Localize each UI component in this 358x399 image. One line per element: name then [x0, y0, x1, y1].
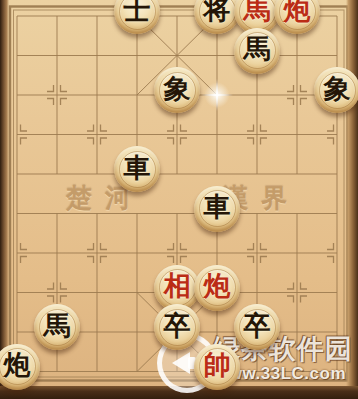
piece-black-chariot[interactable]: 車: [114, 146, 160, 192]
table-bottom-strip: [0, 386, 358, 399]
piece-glyph: 象: [164, 76, 191, 103]
xiangqi-board: 楚河 漢界 士将馬炮馬象象車車相炮馬卒卒炮帥 绿茶软件园 www.33LC.co…: [0, 0, 358, 399]
piece-glyph: 帥: [204, 352, 231, 379]
piece-black-elephant[interactable]: 象: [314, 67, 358, 113]
piece-black-horse[interactable]: 馬: [234, 28, 280, 74]
piece-glyph: 炮: [284, 0, 311, 24]
piece-glyph: 相: [164, 273, 191, 300]
piece-glyph: 炮: [204, 273, 231, 300]
piece-black-elephant[interactable]: 象: [154, 67, 200, 113]
piece-glyph: 士: [124, 0, 151, 24]
board-right-edge: [346, 0, 358, 399]
piece-black-chariot[interactable]: 車: [194, 186, 240, 232]
piece-glyph: 馬: [244, 36, 271, 63]
piece-glyph: 車: [204, 194, 231, 221]
piece-glyph: 馬: [244, 0, 271, 24]
piece-red-general[interactable]: 帥: [194, 344, 240, 390]
board-left-edge: [0, 0, 9, 399]
piece-glyph: 馬: [44, 313, 71, 340]
piece-glyph: 卒: [164, 313, 191, 340]
piece-black-soldier[interactable]: 卒: [234, 304, 280, 350]
piece-red-cannon[interactable]: 炮: [194, 265, 240, 311]
piece-glyph: 車: [124, 155, 151, 182]
piece-glyph: 象: [324, 76, 351, 103]
piece-black-soldier[interactable]: 卒: [154, 304, 200, 350]
piece-glyph: 卒: [244, 313, 271, 340]
piece-black-horse[interactable]: 馬: [34, 304, 80, 350]
piece-glyph: 将: [204, 0, 231, 24]
piece-glyph: 炮: [4, 352, 31, 379]
